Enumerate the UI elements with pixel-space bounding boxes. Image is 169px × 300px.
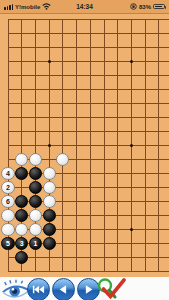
grid-line-horizontal bbox=[8, 61, 169, 62]
carrier-label: Y!mobile bbox=[15, 4, 40, 10]
checkmark-icon bbox=[101, 278, 126, 299]
stone-B6 bbox=[15, 195, 28, 208]
stone-A8: 4 bbox=[1, 167, 14, 180]
stone-B9 bbox=[15, 153, 28, 166]
stone-D6 bbox=[43, 195, 56, 208]
battery-percent-label: 83% bbox=[139, 4, 151, 10]
grid-line-horizontal bbox=[8, 145, 169, 146]
stone-A5 bbox=[1, 209, 14, 222]
grid-line-horizontal bbox=[8, 131, 169, 132]
phone-screen: Y!mobile 14:34 83% 426531 bbox=[0, 0, 169, 300]
grid-line-horizontal bbox=[8, 257, 169, 258]
grid-line-horizontal bbox=[8, 117, 169, 118]
stone-D8 bbox=[43, 167, 56, 180]
stone-B3: 3 bbox=[15, 237, 28, 250]
status-bar: Y!mobile 14:34 83% bbox=[0, 0, 169, 14]
star-point-D10 bbox=[48, 144, 51, 147]
stone-B2 bbox=[15, 251, 28, 264]
grid-line-horizontal bbox=[8, 75, 169, 76]
stone-B5 bbox=[15, 209, 28, 222]
stone-A7: 2 bbox=[1, 181, 14, 194]
stone-D7 bbox=[43, 181, 56, 194]
stone-D3 bbox=[43, 237, 56, 250]
stone-C5 bbox=[29, 209, 42, 222]
stone-A6: 6 bbox=[1, 195, 14, 208]
toolbar bbox=[0, 277, 169, 300]
stone-A3: 5 bbox=[1, 237, 14, 250]
confirm-button[interactable] bbox=[101, 278, 126, 299]
grid-line-horizontal bbox=[8, 19, 169, 20]
stone-C4 bbox=[29, 223, 42, 236]
stone-C6 bbox=[29, 195, 42, 208]
status-right: 83% bbox=[130, 3, 165, 10]
stone-D4 bbox=[43, 223, 56, 236]
orientation-lock-icon bbox=[130, 3, 137, 10]
stone-B8 bbox=[15, 167, 28, 180]
grid-line-horizontal bbox=[8, 33, 169, 34]
go-to-start-button[interactable] bbox=[27, 278, 50, 300]
skip-to-start-icon bbox=[31, 283, 46, 296]
grid-line-horizontal bbox=[8, 89, 169, 90]
clock: 14:34 bbox=[76, 3, 93, 10]
stone-B4 bbox=[15, 223, 28, 236]
stone-A4 bbox=[1, 223, 14, 236]
previous-move-button[interactable] bbox=[52, 278, 75, 300]
previous-move-icon bbox=[57, 283, 70, 296]
wifi-icon bbox=[42, 3, 51, 10]
next-move-icon bbox=[82, 283, 95, 296]
status-left: Y!mobile bbox=[4, 3, 51, 10]
signal-bars-icon bbox=[4, 4, 13, 10]
stone-C9 bbox=[29, 153, 42, 166]
grid-line-horizontal bbox=[8, 271, 169, 272]
grid-line-horizontal bbox=[8, 47, 169, 48]
go-board[interactable]: 426531 bbox=[0, 14, 169, 277]
star-point-K10 bbox=[130, 144, 133, 147]
battery-icon bbox=[153, 4, 165, 10]
stone-C3: 1 bbox=[29, 237, 42, 250]
stone-C8 bbox=[29, 167, 42, 180]
stone-D5 bbox=[43, 209, 56, 222]
star-point-D16 bbox=[48, 60, 51, 63]
stone-C7 bbox=[29, 181, 42, 194]
star-point-K4 bbox=[130, 228, 133, 231]
stone-E9 bbox=[56, 153, 69, 166]
star-point-K16 bbox=[130, 60, 133, 63]
grid-line-horizontal bbox=[8, 103, 169, 104]
